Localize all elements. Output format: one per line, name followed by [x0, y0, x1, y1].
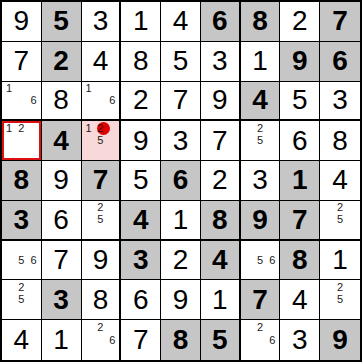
pencil-grid: 56 — [242, 242, 279, 279]
pencil-mark — [346, 214, 359, 226]
cell-r3c1[interactable]: 16 — [2, 82, 42, 122]
pencil-mark — [28, 83, 40, 95]
pencil-mark — [254, 266, 266, 278]
pencil-mark — [94, 226, 106, 238]
pencil-mark — [106, 202, 118, 214]
pencil-mark: 1 — [3, 83, 15, 95]
pencil-mark: 5 — [254, 254, 266, 266]
cell-r4c9[interactable]: 8 — [320, 121, 360, 161]
given-digit: 7 — [332, 7, 348, 35]
solved-digit: 8 — [332, 127, 348, 155]
solved-digit: 9 — [133, 127, 149, 155]
cell-r9c6[interactable]: 5 — [201, 320, 241, 360]
pencil-mark — [83, 321, 95, 334]
solved-digit: 8 — [93, 286, 109, 314]
cell-r5c5[interactable]: 6 — [161, 161, 201, 201]
pencil-mark — [15, 135, 27, 147]
given-digit: 9 — [252, 206, 268, 234]
given-digit: 3 — [133, 246, 149, 274]
cell-r1c9[interactable]: 7 — [320, 2, 360, 42]
pencil-mark: 2 — [334, 202, 347, 214]
pencil-mark — [106, 346, 118, 359]
cell-r2c1[interactable]: 7 — [2, 42, 42, 82]
cell-r9c9[interactable]: 9 — [320, 320, 360, 360]
pencil-mark — [266, 122, 278, 134]
pencil-mark: 6 — [106, 334, 118, 347]
cell-r6c2[interactable]: 6 — [42, 201, 82, 241]
cell-r8c1[interactable]: 25 — [2, 280, 42, 320]
solved-digit: 5 — [133, 166, 149, 194]
cell-r2c6[interactable]: 3 — [201, 42, 241, 82]
pencil-mark — [3, 281, 15, 293]
given-digit: 7 — [93, 166, 109, 194]
pencil-mark — [83, 202, 95, 214]
pencil-mark — [28, 306, 40, 318]
solved-digit: 4 — [332, 166, 348, 194]
cell-r3c4[interactable]: 2 — [121, 82, 161, 122]
given-digit: 8 — [212, 206, 228, 234]
pencil-mark — [106, 214, 118, 226]
pencil-mark — [15, 106, 27, 118]
pencil-mark — [346, 281, 359, 293]
pencil-grid: 25 — [321, 202, 359, 238]
cell-r5c6[interactable]: 2 — [201, 161, 241, 201]
solved-digit: 1 — [133, 7, 149, 35]
cell-r8c2[interactable]: 3 — [42, 280, 82, 320]
given-digit: 8 — [173, 326, 189, 354]
cell-r8c4[interactable]: 6 — [121, 280, 161, 320]
cell-r4c7[interactable]: 25 — [241, 121, 281, 161]
cell-r8c3[interactable]: 8 — [82, 280, 122, 320]
pencil-mark — [3, 147, 15, 159]
pencil-mark — [321, 294, 334, 306]
cell-r9c5[interactable]: 8 — [161, 320, 201, 360]
pencil-mark — [321, 226, 334, 238]
cell-r9c4[interactable]: 7 — [121, 320, 161, 360]
solved-digit: 8 — [133, 47, 149, 75]
solved-digit: 1 — [173, 206, 189, 234]
pencil-mark — [83, 346, 95, 359]
pencil-mark — [242, 346, 254, 359]
cell-r7c8[interactable]: 8 — [280, 241, 320, 281]
given-digit: 4 — [212, 246, 228, 274]
solved-digit: 9 — [173, 286, 189, 314]
pencil-mark: 1 — [83, 83, 95, 95]
pencil-mark — [346, 306, 359, 318]
pencil-mark — [106, 147, 118, 159]
cell-r2c5[interactable]: 5 — [161, 42, 201, 82]
cell-r4c3[interactable]: 125 — [82, 121, 122, 161]
cell-r6c4[interactable]: 4 — [121, 201, 161, 241]
solved-digit: 3 — [332, 86, 348, 114]
given-digit: 4 — [53, 127, 69, 155]
solved-digit: 1 — [332, 246, 348, 274]
pencil-mark: 2 — [15, 122, 27, 134]
cell-r3c7[interactable]: 4 — [241, 82, 281, 122]
pencil-grid: 26 — [83, 321, 119, 359]
cell-r8c7[interactable]: 7 — [241, 280, 281, 320]
solved-digit: 2 — [173, 246, 189, 274]
cell-r3c9[interactable]: 3 — [320, 82, 360, 122]
pencil-mark: 1 — [3, 122, 15, 134]
solved-digit: 5 — [292, 86, 308, 114]
sudoku-board: 9531468277248531961681627945312412593725… — [0, 0, 362, 362]
solved-digit: 6 — [53, 206, 69, 234]
pencil-mark — [3, 306, 15, 318]
solved-digit: 7 — [133, 326, 149, 354]
pencil-mark — [28, 294, 40, 306]
pencil-mark — [254, 147, 266, 159]
pencil-mark — [334, 306, 347, 318]
given-digit: 5 — [212, 326, 228, 354]
cell-r5c1[interactable]: 8 — [2, 161, 42, 201]
pencil-mark — [254, 242, 266, 254]
pencil-grid: 56 — [3, 242, 40, 279]
given-digit: 3 — [53, 286, 69, 314]
pencil-mark — [334, 226, 347, 238]
solved-digit: 6 — [133, 286, 149, 314]
pencil-mark — [15, 83, 27, 95]
pencil-mark — [83, 226, 95, 238]
pencil-mark — [3, 294, 15, 306]
given-digit: 4 — [133, 206, 149, 234]
given-digit: 6 — [212, 7, 228, 35]
given-digit: 1 — [292, 166, 308, 194]
solved-digit: 3 — [212, 47, 228, 75]
given-digit: 4 — [252, 86, 268, 114]
pencil-mark — [106, 122, 118, 134]
solved-digit: 2 — [212, 166, 228, 194]
pencil-mark — [266, 147, 278, 159]
cell-r5c4[interactable]: 5 — [121, 161, 161, 201]
pencil-grid: 16 — [83, 83, 119, 119]
pencil-mark — [106, 135, 118, 147]
pencil-mark: 2 — [94, 122, 106, 134]
pencil-mark — [15, 266, 27, 278]
solved-digit: 2 — [292, 7, 308, 35]
cell-r9c2[interactable]: 1 — [42, 320, 82, 360]
given-digit: 6 — [332, 47, 348, 75]
pencil-mark — [106, 321, 118, 334]
solved-digit: 1 — [53, 326, 69, 354]
solved-digit: 7 — [173, 86, 189, 114]
given-digit: 3 — [14, 206, 30, 234]
pencil-mark — [242, 254, 254, 266]
solved-digit: 5 — [173, 47, 189, 75]
pencil-mark — [266, 346, 278, 359]
pencil-mark — [83, 214, 95, 226]
cell-r5c3[interactable]: 7 — [82, 161, 122, 201]
solved-digit: 3 — [292, 326, 308, 354]
pencil-mark — [242, 334, 254, 347]
pencil-mark — [28, 106, 40, 118]
pencil-mark: 2 — [94, 202, 106, 214]
cell-r4c2[interactable]: 4 — [42, 121, 82, 161]
cell-r6c8[interactable]: 7 — [280, 201, 320, 241]
solved-digit: 7 — [212, 127, 228, 155]
cell-r7c9[interactable]: 1 — [320, 241, 360, 281]
pencil-mark — [321, 306, 334, 318]
solved-digit: 7 — [14, 47, 30, 75]
cell-r4c6[interactable]: 7 — [201, 121, 241, 161]
cell-r7c2[interactable]: 7 — [42, 241, 82, 281]
pencil-mark — [83, 106, 95, 118]
cell-r4c5[interactable]: 3 — [161, 121, 201, 161]
pencil-mark — [106, 83, 118, 95]
cell-r8c6[interactable]: 1 — [201, 280, 241, 320]
cell-r7c1[interactable]: 56 — [2, 241, 42, 281]
pencil-mark — [346, 202, 359, 214]
cell-r6c9[interactable]: 25 — [320, 201, 360, 241]
cell-r3c6[interactable]: 9 — [201, 82, 241, 122]
pencil-mark: 5 — [254, 135, 266, 147]
pencil-grid: 26 — [242, 321, 279, 359]
pencil-grid: 12 — [3, 122, 40, 159]
pencil-mark — [3, 266, 15, 278]
pencil-mark — [242, 266, 254, 278]
pencil-grid: 25 — [242, 122, 279, 159]
pencil-mark — [3, 254, 15, 266]
pencil-mark — [266, 242, 278, 254]
solved-digit: 1 — [252, 47, 268, 75]
pencil-mark — [3, 242, 15, 254]
pencil-mark — [94, 334, 106, 347]
cell-r8c5[interactable]: 9 — [161, 280, 201, 320]
pencil-mark — [28, 147, 40, 159]
given-digit: 9 — [292, 47, 308, 75]
cell-r6c1[interactable]: 3 — [2, 201, 42, 241]
cell-r1c7[interactable]: 8 — [241, 2, 281, 42]
pencil-mark — [242, 122, 254, 134]
pencil-grid: 16 — [3, 83, 40, 119]
pencil-mark: 1 — [83, 122, 95, 134]
cell-r5c9[interactable]: 4 — [320, 161, 360, 201]
given-digit: 8 — [252, 7, 268, 35]
given-digit: 7 — [292, 206, 308, 234]
pencil-mark: 2 — [254, 321, 266, 334]
circled-candidate-digit: 2 — [97, 123, 103, 134]
given-digit: 5 — [53, 7, 69, 35]
cell-r6c5[interactable]: 1 — [161, 201, 201, 241]
pencil-mark — [266, 266, 278, 278]
solved-digit: 4 — [93, 47, 109, 75]
cell-r7c7[interactable]: 56 — [241, 241, 281, 281]
pencil-mark: 5 — [334, 214, 347, 226]
pencil-mark — [15, 94, 27, 106]
cell-r2c2[interactable]: 2 — [42, 42, 82, 82]
pencil-mark — [28, 135, 40, 147]
pencil-mark — [266, 135, 278, 147]
cell-r1c3[interactable]: 3 — [82, 2, 122, 42]
pencil-mark — [94, 106, 106, 118]
pencil-mark — [28, 281, 40, 293]
pencil-mark: 5 — [15, 254, 27, 266]
cell-r1c1[interactable]: 9 — [2, 2, 42, 42]
pencil-mark: 6 — [28, 254, 40, 266]
pencil-mark — [321, 202, 334, 214]
pencil-mark — [346, 226, 359, 238]
cell-r3c3[interactable]: 16 — [82, 82, 122, 122]
pencil-mark — [94, 147, 106, 159]
pencil-mark — [106, 106, 118, 118]
cell-r2c4[interactable]: 8 — [121, 42, 161, 82]
pencil-mark — [254, 346, 266, 359]
pencil-mark: 6 — [28, 94, 40, 106]
cell-r3c5[interactable]: 7 — [161, 82, 201, 122]
pencil-mark — [28, 242, 40, 254]
cell-r7c3[interactable]: 9 — [82, 241, 122, 281]
cell-r2c7[interactable]: 1 — [241, 42, 281, 82]
solved-digit: 4 — [292, 286, 308, 314]
cell-r2c3[interactable]: 4 — [82, 42, 122, 82]
pencil-grid: 125 — [83, 122, 119, 159]
pencil-mark: 6 — [266, 334, 278, 347]
cell-r6c7[interactable]: 9 — [241, 201, 281, 241]
cell-r7c5[interactable]: 2 — [161, 241, 201, 281]
pencil-mark — [83, 334, 95, 347]
pencil-mark — [15, 147, 27, 159]
solved-digit: 9 — [53, 166, 69, 194]
solved-digit: 4 — [14, 326, 30, 354]
cell-r5c2[interactable]: 9 — [42, 161, 82, 201]
pencil-mark — [266, 321, 278, 334]
pencil-mark: 5 — [94, 214, 106, 226]
given-digit: 8 — [14, 166, 30, 194]
solved-digit: 1 — [212, 286, 228, 314]
pencil-mark — [346, 294, 359, 306]
pencil-mark — [83, 135, 95, 147]
solved-digit: 3 — [93, 7, 109, 35]
cell-r4c4[interactable]: 9 — [121, 121, 161, 161]
pencil-mark: 2 — [15, 281, 27, 293]
cell-r8c8[interactable]: 4 — [280, 280, 320, 320]
given-digit: 8 — [292, 246, 308, 274]
pencil-mark — [3, 106, 15, 118]
solved-digit: 3 — [173, 127, 189, 155]
pencil-mark — [94, 94, 106, 106]
cell-r1c2[interactable]: 5 — [42, 2, 82, 42]
cell-r6c6[interactable]: 8 — [201, 201, 241, 241]
cell-r2c8[interactable]: 9 — [280, 42, 320, 82]
solved-digit: 3 — [252, 166, 268, 194]
pencil-mark — [3, 135, 15, 147]
pencil-mark: 5 — [334, 294, 347, 306]
cell-r3c2[interactable]: 8 — [42, 82, 82, 122]
pencil-mark: 2 — [94, 321, 106, 334]
pencil-mark: 2 — [254, 122, 266, 134]
given-digit: 6 — [173, 166, 189, 194]
pencil-mark — [83, 94, 95, 106]
pencil-mark — [94, 346, 106, 359]
cell-r5c8[interactable]: 1 — [280, 161, 320, 201]
pencil-mark — [242, 321, 254, 334]
solved-digit: 8 — [53, 86, 69, 114]
pencil-mark — [321, 214, 334, 226]
cell-r9c1[interactable]: 4 — [2, 320, 42, 360]
pencil-mark — [28, 266, 40, 278]
cell-r4c8[interactable]: 6 — [280, 121, 320, 161]
cell-r8c9[interactable]: 25 — [320, 280, 360, 320]
solved-digit: 9 — [93, 246, 109, 274]
pencil-mark: 5 — [15, 294, 27, 306]
solved-digit: 9 — [212, 86, 228, 114]
cell-r5c7[interactable]: 3 — [241, 161, 281, 201]
solved-digit: 4 — [173, 7, 189, 35]
cell-r1c5[interactable]: 4 — [161, 2, 201, 42]
cell-r1c4[interactable]: 1 — [121, 2, 161, 42]
cell-r1c8[interactable]: 2 — [280, 2, 320, 42]
pencil-mark: 6 — [106, 94, 118, 106]
cell-r9c7[interactable]: 26 — [241, 320, 281, 360]
pencil-mark — [242, 135, 254, 147]
given-digit: 2 — [53, 47, 69, 75]
cell-r2c9[interactable]: 6 — [320, 42, 360, 82]
pencil-mark — [94, 83, 106, 95]
solved-digit: 2 — [133, 86, 149, 114]
pencil-grid: 25 — [3, 281, 40, 318]
pencil-mark: 6 — [266, 254, 278, 266]
given-digit: 7 — [252, 286, 268, 314]
pencil-mark — [321, 281, 334, 293]
solved-digit: 9 — [14, 7, 30, 35]
pencil-mark — [28, 122, 40, 134]
pencil-mark — [15, 242, 27, 254]
pencil-mark: 2 — [334, 281, 347, 293]
pencil-mark — [254, 334, 266, 347]
solved-digit: 7 — [53, 246, 69, 274]
pencil-mark — [83, 147, 95, 159]
cell-r6c3[interactable]: 25 — [82, 201, 122, 241]
given-digit: 9 — [332, 326, 348, 354]
cell-r1c6[interactable]: 6 — [201, 2, 241, 42]
cell-r7c6[interactable]: 4 — [201, 241, 241, 281]
cell-r4c1[interactable]: 12 — [2, 121, 42, 161]
cell-r3c8[interactable]: 5 — [280, 82, 320, 122]
pencil-mark: 5 — [94, 135, 106, 147]
cell-r9c3[interactable]: 26 — [82, 320, 122, 360]
pencil-mark — [106, 226, 118, 238]
pencil-grid: 25 — [321, 281, 359, 318]
cell-r9c8[interactable]: 3 — [280, 320, 320, 360]
pencil-mark — [242, 242, 254, 254]
solved-digit: 6 — [292, 127, 308, 155]
pencil-mark — [15, 306, 27, 318]
cell-r7c4[interactable]: 3 — [121, 241, 161, 281]
pencil-grid: 25 — [83, 202, 119, 238]
pencil-mark — [242, 147, 254, 159]
pencil-mark — [3, 94, 15, 106]
